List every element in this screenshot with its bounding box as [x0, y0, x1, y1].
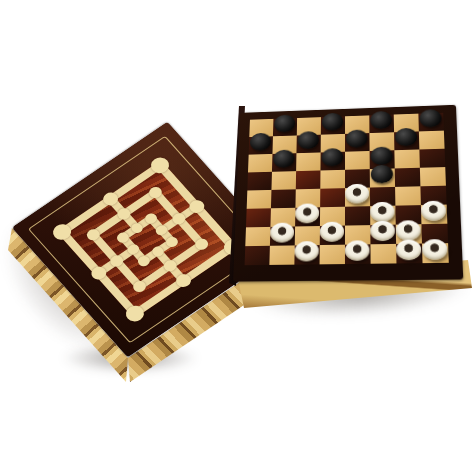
morris-playing-field [56, 160, 239, 319]
checkers-square-3-5[interactable] [370, 168, 395, 187]
checkers-square-3-6[interactable] [395, 168, 421, 187]
checkers-square-1-2[interactable] [296, 135, 320, 154]
black-checker-piece[interactable] [371, 146, 393, 165]
checkers-square-6-3[interactable] [320, 226, 345, 245]
checkers-square-6-1[interactable] [270, 226, 295, 245]
black-checker-piece[interactable] [321, 148, 343, 167]
black-checker-piece[interactable] [370, 111, 392, 129]
checkers-square-2-4[interactable] [345, 151, 370, 170]
checkers-square-7-2[interactable] [294, 245, 319, 265]
white-checker-piece[interactable] [422, 239, 448, 260]
checkers-square-0-5[interactable] [369, 115, 394, 134]
checkers-square-3-0[interactable] [247, 172, 272, 191]
checkers-square-2-7[interactable] [419, 149, 445, 168]
checkers-square-6-0[interactable] [245, 227, 270, 246]
checkers-square-4-0[interactable] [247, 190, 272, 209]
checkers-square-7-0[interactable] [245, 246, 270, 265]
checkers-square-4-3[interactable] [320, 188, 345, 207]
checkers-square-0-7[interactable] [418, 113, 444, 132]
white-checker-piece[interactable] [295, 203, 319, 223]
checkers-square-2-2[interactable] [296, 152, 321, 171]
checkers-square-5-2[interactable] [295, 207, 320, 226]
checkers-square-4-4[interactable] [345, 188, 370, 207]
checkers-square-1-7[interactable] [419, 131, 445, 150]
checkers-square-7-4[interactable] [345, 244, 371, 264]
black-checker-piece[interactable] [273, 150, 295, 168]
checkers-square-5-4[interactable] [345, 206, 370, 225]
black-checker-piece[interactable] [371, 165, 393, 184]
white-checker-piece[interactable] [396, 220, 421, 241]
checkers-square-2-6[interactable] [394, 149, 419, 168]
checkers-square-7-7[interactable] [422, 243, 449, 263]
checkers-square-7-5[interactable] [370, 244, 396, 264]
checkers-square-7-1[interactable] [269, 245, 294, 265]
checkers-square-1-6[interactable] [394, 131, 419, 150]
checkers-square-7-3[interactable] [320, 245, 345, 265]
checkers-square-4-1[interactable] [271, 189, 296, 208]
checkers-board-box [233, 105, 463, 282]
black-checker-piece[interactable] [250, 133, 271, 151]
white-checker-piece[interactable] [345, 184, 369, 204]
black-checker-piece[interactable] [322, 113, 343, 131]
black-checker-piece[interactable] [297, 131, 318, 149]
black-checker-piece[interactable] [346, 129, 368, 148]
checkers-square-1-4[interactable] [345, 133, 370, 152]
white-checker-piece[interactable] [345, 240, 370, 261]
checkers-square-4-6[interactable] [395, 186, 421, 205]
checkers-board [245, 113, 449, 265]
white-checker-piece[interactable] [396, 239, 421, 260]
white-checker-piece[interactable] [421, 201, 446, 222]
checkers-square-5-7[interactable] [421, 205, 447, 225]
checkers-square-2-3[interactable] [320, 152, 345, 171]
white-checker-piece[interactable] [270, 223, 294, 243]
checkers-square-3-1[interactable] [271, 171, 296, 190]
black-checker-piece[interactable] [419, 109, 441, 128]
white-checker-piece[interactable] [370, 221, 395, 242]
white-checker-piece[interactable] [370, 202, 395, 222]
checkers-square-0-3[interactable] [321, 116, 345, 134]
checkers-square-3-7[interactable] [420, 167, 446, 186]
white-checker-piece[interactable] [294, 241, 318, 262]
checkers-square-3-2[interactable] [296, 170, 321, 189]
product-photo-scene [0, 0, 474, 474]
checkers-square-7-6[interactable] [396, 244, 422, 264]
black-checker-piece[interactable] [274, 114, 295, 132]
checkers-square-2-1[interactable] [272, 153, 296, 172]
checkers-square-3-3[interactable] [320, 170, 345, 189]
checkers-square-0-1[interactable] [273, 118, 297, 136]
black-checker-piece[interactable] [395, 128, 417, 147]
checkers-board-frame [233, 105, 463, 282]
checkers-square-6-5[interactable] [370, 225, 396, 245]
checkers-square-2-0[interactable] [248, 154, 272, 173]
checkers-square-5-0[interactable] [246, 208, 271, 227]
white-checker-piece[interactable] [320, 222, 344, 242]
checkers-square-1-0[interactable] [249, 136, 273, 154]
